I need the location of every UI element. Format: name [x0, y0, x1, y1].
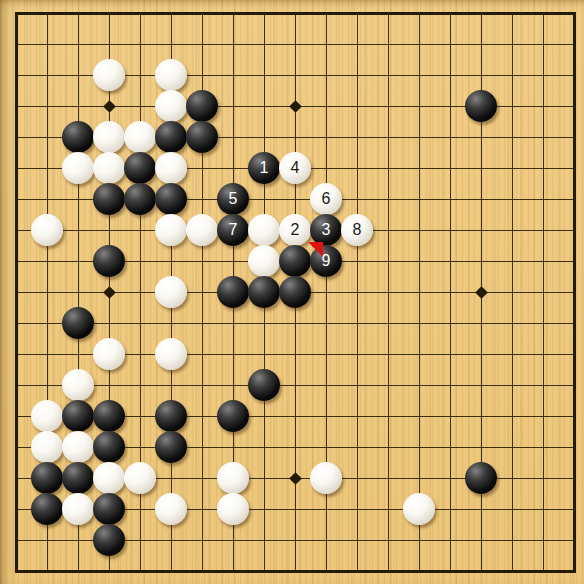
intersection[interactable]: [280, 525, 311, 556]
intersection[interactable]: [63, 215, 94, 246]
intersection[interactable]: [373, 277, 404, 308]
intersection[interactable]: 2: [280, 215, 311, 246]
intersection[interactable]: [311, 401, 342, 432]
intersection[interactable]: [404, 525, 435, 556]
intersection[interactable]: [63, 370, 94, 401]
intersection[interactable]: [1, 277, 32, 308]
intersection[interactable]: [1, 0, 32, 29]
intersection[interactable]: [311, 0, 342, 29]
intersection[interactable]: [435, 401, 466, 432]
intersection[interactable]: [404, 29, 435, 60]
intersection[interactable]: [1, 29, 32, 60]
intersection[interactable]: [218, 91, 249, 122]
intersection[interactable]: [466, 215, 497, 246]
intersection[interactable]: [156, 401, 187, 432]
intersection[interactable]: [94, 432, 125, 463]
intersection[interactable]: [466, 556, 497, 584]
intersection[interactable]: [94, 308, 125, 339]
intersection[interactable]: [497, 525, 528, 556]
intersection[interactable]: [1, 401, 32, 432]
intersection[interactable]: [63, 494, 94, 525]
intersection[interactable]: [435, 463, 466, 494]
intersection[interactable]: [466, 29, 497, 60]
intersection[interactable]: [404, 184, 435, 215]
intersection[interactable]: [435, 122, 466, 153]
intersection[interactable]: [63, 122, 94, 153]
intersection[interactable]: [435, 556, 466, 584]
intersection[interactable]: [187, 246, 218, 277]
intersection[interactable]: [156, 370, 187, 401]
intersection[interactable]: [373, 60, 404, 91]
intersection[interactable]: [187, 184, 218, 215]
intersection[interactable]: [218, 370, 249, 401]
intersection[interactable]: [435, 184, 466, 215]
intersection[interactable]: [218, 463, 249, 494]
intersection[interactable]: [373, 494, 404, 525]
intersection[interactable]: [497, 153, 528, 184]
intersection[interactable]: [466, 339, 497, 370]
intersection[interactable]: [125, 463, 156, 494]
intersection[interactable]: [187, 432, 218, 463]
intersection[interactable]: [373, 0, 404, 29]
intersection[interactable]: [63, 153, 94, 184]
intersection[interactable]: [280, 556, 311, 584]
intersection[interactable]: [94, 494, 125, 525]
intersection[interactable]: [404, 215, 435, 246]
intersection[interactable]: [497, 432, 528, 463]
intersection[interactable]: [559, 153, 584, 184]
intersection[interactable]: [249, 0, 280, 29]
intersection[interactable]: [311, 339, 342, 370]
intersection[interactable]: [497, 91, 528, 122]
intersection[interactable]: [125, 556, 156, 584]
intersection[interactable]: [342, 60, 373, 91]
intersection[interactable]: [311, 60, 342, 91]
intersection[interactable]: 1: [249, 153, 280, 184]
intersection[interactable]: [466, 525, 497, 556]
intersection[interactable]: [404, 432, 435, 463]
intersection[interactable]: [373, 308, 404, 339]
intersection[interactable]: [125, 277, 156, 308]
intersection[interactable]: [63, 556, 94, 584]
intersection[interactable]: [404, 494, 435, 525]
intersection[interactable]: [435, 370, 466, 401]
intersection[interactable]: [466, 494, 497, 525]
intersection[interactable]: [373, 525, 404, 556]
intersection[interactable]: [156, 153, 187, 184]
intersection[interactable]: [156, 308, 187, 339]
intersection[interactable]: [435, 432, 466, 463]
intersection[interactable]: [1, 432, 32, 463]
intersection[interactable]: [466, 60, 497, 91]
intersection[interactable]: [342, 525, 373, 556]
intersection[interactable]: [32, 432, 63, 463]
intersection[interactable]: [94, 463, 125, 494]
intersection[interactable]: [1, 91, 32, 122]
intersection[interactable]: [32, 494, 63, 525]
intersection[interactable]: [497, 122, 528, 153]
intersection[interactable]: [559, 60, 584, 91]
intersection[interactable]: [311, 308, 342, 339]
intersection[interactable]: [342, 122, 373, 153]
intersection[interactable]: [187, 277, 218, 308]
intersection[interactable]: [311, 122, 342, 153]
intersection[interactable]: [528, 215, 559, 246]
intersection[interactable]: [94, 246, 125, 277]
intersection[interactable]: [94, 525, 125, 556]
intersection[interactable]: [218, 60, 249, 91]
intersection[interactable]: [218, 308, 249, 339]
intersection[interactable]: [435, 339, 466, 370]
intersection[interactable]: [63, 184, 94, 215]
intersection[interactable]: [280, 339, 311, 370]
intersection[interactable]: [528, 122, 559, 153]
intersection[interactable]: [435, 153, 466, 184]
intersection[interactable]: [280, 246, 311, 277]
intersection[interactable]: [466, 308, 497, 339]
intersection[interactable]: [249, 122, 280, 153]
intersection[interactable]: [249, 184, 280, 215]
intersection[interactable]: [94, 153, 125, 184]
intersection[interactable]: [497, 494, 528, 525]
intersection[interactable]: [63, 0, 94, 29]
intersection[interactable]: [528, 525, 559, 556]
intersection[interactable]: [187, 494, 218, 525]
intersection[interactable]: [63, 432, 94, 463]
intersection[interactable]: [497, 277, 528, 308]
intersection[interactable]: [249, 277, 280, 308]
intersection[interactable]: [94, 91, 125, 122]
intersection[interactable]: [497, 184, 528, 215]
intersection[interactable]: [311, 432, 342, 463]
intersection[interactable]: [342, 246, 373, 277]
intersection[interactable]: [187, 556, 218, 584]
intersection[interactable]: [125, 91, 156, 122]
intersection[interactable]: [342, 401, 373, 432]
intersection[interactable]: [156, 246, 187, 277]
intersection[interactable]: [404, 308, 435, 339]
intersection[interactable]: 6: [311, 184, 342, 215]
intersection[interactable]: [63, 339, 94, 370]
intersection[interactable]: [94, 0, 125, 29]
intersection[interactable]: [559, 122, 584, 153]
intersection[interactable]: [404, 401, 435, 432]
intersection[interactable]: [528, 29, 559, 60]
intersection[interactable]: [559, 525, 584, 556]
intersection[interactable]: [156, 91, 187, 122]
intersection[interactable]: [249, 308, 280, 339]
intersection[interactable]: [466, 0, 497, 29]
intersection[interactable]: [156, 60, 187, 91]
intersection[interactable]: [466, 401, 497, 432]
intersection[interactable]: [125, 308, 156, 339]
intersection[interactable]: [218, 122, 249, 153]
intersection[interactable]: [280, 29, 311, 60]
intersection[interactable]: [342, 0, 373, 29]
intersection[interactable]: [466, 122, 497, 153]
intersection[interactable]: [342, 370, 373, 401]
intersection[interactable]: [342, 556, 373, 584]
intersection[interactable]: [156, 432, 187, 463]
intersection[interactable]: [311, 525, 342, 556]
intersection[interactable]: [32, 308, 63, 339]
intersection[interactable]: [528, 184, 559, 215]
intersection[interactable]: [125, 246, 156, 277]
intersection[interactable]: [528, 60, 559, 91]
intersection[interactable]: [342, 308, 373, 339]
intersection[interactable]: [404, 277, 435, 308]
intersection[interactable]: [497, 0, 528, 29]
intersection[interactable]: [1, 215, 32, 246]
intersection[interactable]: [404, 339, 435, 370]
intersection[interactable]: [466, 184, 497, 215]
intersection[interactable]: [435, 525, 466, 556]
intersection[interactable]: [63, 29, 94, 60]
intersection[interactable]: [187, 401, 218, 432]
intersection[interactable]: [373, 184, 404, 215]
intersection[interactable]: [559, 339, 584, 370]
intersection[interactable]: [1, 60, 32, 91]
intersection[interactable]: [187, 308, 218, 339]
intersection[interactable]: [32, 370, 63, 401]
intersection[interactable]: [404, 60, 435, 91]
intersection[interactable]: [497, 370, 528, 401]
intersection[interactable]: [435, 308, 466, 339]
intersection[interactable]: [280, 91, 311, 122]
intersection[interactable]: [125, 432, 156, 463]
intersection[interactable]: [435, 91, 466, 122]
intersection[interactable]: [63, 525, 94, 556]
intersection[interactable]: 7: [218, 215, 249, 246]
intersection[interactable]: [1, 308, 32, 339]
intersection[interactable]: [63, 246, 94, 277]
intersection[interactable]: [187, 0, 218, 29]
intersection[interactable]: [32, 277, 63, 308]
intersection[interactable]: [559, 494, 584, 525]
intersection[interactable]: 9: [311, 246, 342, 277]
intersection[interactable]: [528, 277, 559, 308]
intersection[interactable]: [528, 339, 559, 370]
intersection[interactable]: [32, 463, 63, 494]
intersection[interactable]: [528, 556, 559, 584]
intersection[interactable]: [373, 246, 404, 277]
intersection[interactable]: [187, 463, 218, 494]
intersection[interactable]: [1, 184, 32, 215]
intersection[interactable]: [559, 308, 584, 339]
intersection[interactable]: [94, 370, 125, 401]
intersection[interactable]: [218, 153, 249, 184]
intersection[interactable]: [94, 60, 125, 91]
intersection[interactable]: [342, 277, 373, 308]
intersection[interactable]: [280, 401, 311, 432]
intersection[interactable]: [404, 153, 435, 184]
intersection[interactable]: [218, 0, 249, 29]
intersection[interactable]: [156, 556, 187, 584]
intersection[interactable]: [435, 246, 466, 277]
intersection[interactable]: [404, 556, 435, 584]
intersection[interactable]: [94, 184, 125, 215]
intersection[interactable]: [280, 494, 311, 525]
intersection[interactable]: [63, 277, 94, 308]
intersection[interactable]: [1, 463, 32, 494]
intersection[interactable]: [342, 184, 373, 215]
intersection[interactable]: [373, 339, 404, 370]
intersection[interactable]: [249, 432, 280, 463]
intersection[interactable]: [497, 308, 528, 339]
intersection[interactable]: [63, 401, 94, 432]
intersection[interactable]: [435, 29, 466, 60]
intersection[interactable]: [156, 215, 187, 246]
intersection[interactable]: [32, 339, 63, 370]
intersection[interactable]: [218, 494, 249, 525]
intersection[interactable]: [466, 463, 497, 494]
intersection[interactable]: [94, 556, 125, 584]
intersection[interactable]: [125, 60, 156, 91]
intersection[interactable]: [156, 277, 187, 308]
intersection[interactable]: [280, 184, 311, 215]
intersection[interactable]: [466, 153, 497, 184]
intersection[interactable]: [466, 277, 497, 308]
intersection[interactable]: [125, 339, 156, 370]
intersection[interactable]: [559, 277, 584, 308]
intersection[interactable]: [466, 432, 497, 463]
intersection[interactable]: [466, 91, 497, 122]
intersection[interactable]: [249, 29, 280, 60]
intersection[interactable]: [373, 153, 404, 184]
intersection[interactable]: [32, 153, 63, 184]
intersection[interactable]: [280, 122, 311, 153]
intersection[interactable]: [187, 339, 218, 370]
intersection[interactable]: [187, 60, 218, 91]
intersection[interactable]: [373, 432, 404, 463]
intersection[interactable]: [497, 339, 528, 370]
intersection[interactable]: [311, 494, 342, 525]
intersection[interactable]: [466, 370, 497, 401]
intersection[interactable]: [311, 153, 342, 184]
intersection[interactable]: [280, 463, 311, 494]
intersection[interactable]: [32, 91, 63, 122]
intersection[interactable]: [559, 432, 584, 463]
intersection[interactable]: [218, 432, 249, 463]
intersection[interactable]: [559, 29, 584, 60]
intersection[interactable]: [559, 463, 584, 494]
intersection[interactable]: [156, 29, 187, 60]
intersection[interactable]: [187, 122, 218, 153]
intersection[interactable]: [218, 339, 249, 370]
intersection[interactable]: [63, 308, 94, 339]
intersection[interactable]: [94, 29, 125, 60]
intersection[interactable]: [373, 370, 404, 401]
intersection[interactable]: [559, 401, 584, 432]
intersection[interactable]: [342, 339, 373, 370]
intersection[interactable]: 3: [311, 215, 342, 246]
intersection[interactable]: [342, 29, 373, 60]
intersection[interactable]: [249, 494, 280, 525]
intersection[interactable]: [435, 0, 466, 29]
intersection[interactable]: [559, 556, 584, 584]
intersection[interactable]: [559, 215, 584, 246]
intersection[interactable]: [63, 91, 94, 122]
intersection[interactable]: [32, 525, 63, 556]
intersection[interactable]: [373, 556, 404, 584]
intersection[interactable]: [218, 246, 249, 277]
intersection[interactable]: 4: [280, 153, 311, 184]
intersection[interactable]: [32, 29, 63, 60]
intersection[interactable]: [342, 494, 373, 525]
intersection[interactable]: [218, 277, 249, 308]
intersection[interactable]: [404, 463, 435, 494]
intersection[interactable]: [1, 525, 32, 556]
intersection[interactable]: [435, 215, 466, 246]
intersection[interactable]: [125, 525, 156, 556]
intersection[interactable]: [1, 153, 32, 184]
intersection[interactable]: [373, 215, 404, 246]
intersection[interactable]: [497, 463, 528, 494]
intersection[interactable]: [63, 463, 94, 494]
intersection[interactable]: [32, 184, 63, 215]
intersection[interactable]: [435, 60, 466, 91]
intersection[interactable]: [249, 91, 280, 122]
intersection[interactable]: [311, 29, 342, 60]
intersection[interactable]: [32, 246, 63, 277]
intersection[interactable]: [342, 463, 373, 494]
intersection[interactable]: [187, 91, 218, 122]
intersection[interactable]: [528, 463, 559, 494]
intersection[interactable]: [280, 277, 311, 308]
intersection[interactable]: [311, 556, 342, 584]
intersection[interactable]: [156, 339, 187, 370]
intersection[interactable]: [32, 0, 63, 29]
intersection[interactable]: [528, 308, 559, 339]
intersection[interactable]: [528, 91, 559, 122]
intersection[interactable]: [280, 60, 311, 91]
intersection[interactable]: [497, 401, 528, 432]
intersection[interactable]: [559, 246, 584, 277]
intersection[interactable]: [404, 0, 435, 29]
intersection[interactable]: [249, 401, 280, 432]
intersection[interactable]: [218, 401, 249, 432]
intersection[interactable]: [125, 215, 156, 246]
intersection[interactable]: [156, 463, 187, 494]
intersection[interactable]: [559, 0, 584, 29]
intersection[interactable]: [497, 556, 528, 584]
intersection[interactable]: [249, 525, 280, 556]
intersection[interactable]: [187, 370, 218, 401]
intersection[interactable]: [497, 246, 528, 277]
intersection[interactable]: [94, 339, 125, 370]
intersection[interactable]: [249, 370, 280, 401]
intersection[interactable]: [1, 556, 32, 584]
intersection[interactable]: [125, 0, 156, 29]
intersection[interactable]: [249, 556, 280, 584]
intersection[interactable]: [342, 91, 373, 122]
intersection[interactable]: [404, 246, 435, 277]
intersection[interactable]: [528, 246, 559, 277]
intersection[interactable]: [125, 184, 156, 215]
intersection[interactable]: [94, 215, 125, 246]
intersection[interactable]: [435, 494, 466, 525]
intersection[interactable]: [497, 60, 528, 91]
intersection[interactable]: [528, 494, 559, 525]
intersection[interactable]: [218, 556, 249, 584]
intersection[interactable]: [528, 401, 559, 432]
intersection[interactable]: [187, 525, 218, 556]
intersection[interactable]: [156, 525, 187, 556]
intersection[interactable]: [497, 215, 528, 246]
intersection[interactable]: [311, 91, 342, 122]
intersection[interactable]: [32, 122, 63, 153]
intersection[interactable]: [156, 184, 187, 215]
